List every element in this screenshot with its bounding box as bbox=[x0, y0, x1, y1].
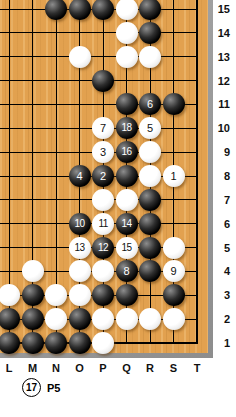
stone-N1 bbox=[45, 332, 67, 354]
stone-R5 bbox=[139, 237, 161, 259]
row-label-8: 8 bbox=[212, 171, 230, 182]
stone-P1 bbox=[92, 332, 114, 354]
move-number-label: 3 bbox=[100, 147, 106, 158]
column-label-N: N bbox=[52, 363, 60, 374]
move-number-label: 8 bbox=[123, 266, 129, 277]
stone-P7 bbox=[92, 189, 114, 211]
row-label-2: 2 bbox=[212, 314, 230, 325]
row-label-13: 13 bbox=[212, 52, 230, 63]
stone-N15 bbox=[45, 0, 67, 20]
row-label-9: 9 bbox=[212, 147, 230, 158]
column-label-Q: Q bbox=[122, 363, 131, 374]
move-number-label: 5 bbox=[147, 123, 153, 134]
row-label-12: 12 bbox=[212, 76, 230, 87]
column-label-O: O bbox=[75, 363, 84, 374]
column-label-L: L bbox=[6, 363, 13, 374]
column-label-M: M bbox=[28, 363, 37, 374]
stone-R9 bbox=[139, 141, 161, 163]
stone-Q14 bbox=[116, 22, 138, 44]
stone-M3 bbox=[22, 284, 44, 306]
stone-O6: 10 bbox=[69, 213, 91, 235]
stone-S5 bbox=[163, 237, 185, 259]
stone-Q10: 18 bbox=[116, 117, 138, 139]
stone-M4 bbox=[22, 260, 44, 282]
row-label-3: 3 bbox=[212, 290, 230, 301]
stone-P2 bbox=[92, 308, 114, 330]
stone-R10: 5 bbox=[139, 117, 161, 139]
move-number-label: 6 bbox=[147, 99, 153, 110]
move-number-label: 12 bbox=[98, 243, 108, 253]
stone-S4: 9 bbox=[163, 260, 185, 282]
stone-P15 bbox=[92, 0, 114, 20]
stone-P5: 12 bbox=[92, 237, 114, 259]
stone-S2 bbox=[163, 308, 185, 330]
move-caption-coordinate: P5 bbox=[47, 382, 60, 394]
stone-Q13 bbox=[116, 46, 138, 68]
row-label-6: 6 bbox=[212, 219, 230, 230]
stone-O5: 13 bbox=[69, 237, 91, 259]
move-number-label: 2 bbox=[100, 171, 106, 182]
move-number-label: 7 bbox=[100, 123, 106, 134]
row-label-15: 15 bbox=[212, 4, 230, 15]
stone-M2 bbox=[22, 308, 44, 330]
stone-Q6: 14 bbox=[116, 213, 138, 235]
stone-N3 bbox=[45, 284, 67, 306]
row-label-1: 1 bbox=[212, 338, 230, 349]
stone-Q15 bbox=[116, 0, 138, 20]
move-number-label: 11 bbox=[98, 219, 107, 229]
stone-Q11 bbox=[116, 93, 138, 115]
column-label-P: P bbox=[99, 363, 106, 374]
stone-O8: 4 bbox=[69, 165, 91, 187]
stone-P6: 11 bbox=[92, 213, 114, 235]
stone-O15 bbox=[69, 0, 91, 20]
stone-Q2 bbox=[116, 308, 138, 330]
move-number-label: 1 bbox=[170, 171, 176, 182]
stone-P3 bbox=[92, 284, 114, 306]
stone-L2 bbox=[0, 308, 20, 330]
move-caption: 17 P5 bbox=[22, 378, 60, 397]
stone-Q3 bbox=[116, 284, 138, 306]
row-label-10: 10 bbox=[212, 123, 230, 134]
stone-R8 bbox=[139, 165, 161, 187]
stone-L3 bbox=[0, 284, 20, 306]
move-number-label: 4 bbox=[76, 171, 82, 182]
go-diagram: 6718531642110111413121589 LMNOPQRST 1514… bbox=[0, 0, 236, 417]
stone-P10: 7 bbox=[92, 117, 114, 139]
stone-R11: 6 bbox=[139, 93, 161, 115]
stone-M1 bbox=[22, 332, 44, 354]
column-label-S: S bbox=[170, 363, 177, 374]
stone-R13 bbox=[139, 46, 161, 68]
row-label-7: 7 bbox=[212, 195, 230, 206]
stone-L1 bbox=[0, 332, 20, 354]
stone-P9: 3 bbox=[92, 141, 114, 163]
move-number-label: 18 bbox=[122, 123, 132, 133]
move-number-label: 16 bbox=[122, 147, 132, 157]
stone-O2 bbox=[69, 308, 91, 330]
move-number-label: 13 bbox=[75, 243, 85, 253]
stone-R4 bbox=[139, 260, 161, 282]
grid-line-row-13 bbox=[0, 56, 198, 57]
stone-S8: 1 bbox=[163, 165, 185, 187]
row-label-5: 5 bbox=[212, 243, 230, 254]
stone-R6 bbox=[139, 213, 161, 235]
move-number-label: 14 bbox=[122, 219, 132, 229]
move-number-label: 15 bbox=[122, 243, 132, 253]
move-number-label: 10 bbox=[75, 219, 85, 229]
stone-P8: 2 bbox=[92, 165, 114, 187]
white-move-17-circle-icon: 17 bbox=[22, 378, 41, 397]
grid-line-row-14 bbox=[0, 32, 198, 33]
stone-R15 bbox=[139, 0, 161, 20]
stone-P12 bbox=[92, 70, 114, 92]
stone-Q7 bbox=[116, 189, 138, 211]
stone-R2 bbox=[139, 308, 161, 330]
board-border-strip: 6718531642110111413121589 bbox=[0, 0, 213, 358]
stone-R14 bbox=[139, 22, 161, 44]
stone-O1 bbox=[69, 332, 91, 354]
stone-S11 bbox=[163, 93, 185, 115]
stone-S3 bbox=[163, 284, 185, 306]
stone-P4 bbox=[92, 260, 114, 282]
column-label-T: T bbox=[194, 363, 201, 374]
stone-R7 bbox=[139, 189, 161, 211]
go-board: 6718531642110111413121589 bbox=[0, 0, 208, 353]
move-number-label: 9 bbox=[170, 266, 176, 277]
stone-Q8 bbox=[116, 165, 138, 187]
stone-O13 bbox=[69, 46, 91, 68]
stone-Q5: 15 bbox=[116, 237, 138, 259]
row-label-14: 14 bbox=[212, 28, 230, 39]
stone-Q4: 8 bbox=[116, 260, 138, 282]
column-label-R: R bbox=[146, 363, 154, 374]
stone-N2 bbox=[45, 308, 67, 330]
row-label-11: 11 bbox=[212, 99, 230, 110]
grid-line-col-T bbox=[196, 0, 198, 344]
stone-Q9: 16 bbox=[116, 141, 138, 163]
row-label-4: 4 bbox=[212, 266, 230, 277]
stone-O4 bbox=[69, 260, 91, 282]
stone-O3 bbox=[69, 284, 91, 306]
